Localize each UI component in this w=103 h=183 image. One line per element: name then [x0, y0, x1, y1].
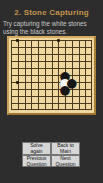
board-cell[interactable] [65, 68, 72, 75]
board-cell[interactable] [72, 61, 79, 68]
board-cell[interactable] [45, 89, 52, 96]
back-to-main-button[interactable]: Back to Main [51, 142, 80, 155]
board-cell[interactable] [72, 47, 79, 54]
board-cell[interactable] [38, 75, 45, 82]
board-cell[interactable] [52, 61, 59, 68]
board-cell[interactable] [52, 75, 59, 82]
board-cell[interactable] [31, 54, 38, 61]
board-cell[interactable] [11, 75, 18, 82]
app-screen: 2. Stone Capturing Try capturing the whi… [0, 0, 103, 183]
board-cell[interactable] [72, 40, 79, 47]
board-cell[interactable] [72, 68, 79, 75]
board-cell[interactable] [65, 61, 72, 68]
board-cell[interactable] [58, 96, 65, 103]
board-cell[interactable] [11, 82, 18, 89]
board-cell[interactable] [31, 47, 38, 54]
board-inner: ●●●● [11, 40, 92, 110]
board-cell[interactable] [31, 61, 38, 68]
board-cell[interactable] [72, 96, 79, 103]
board-cell[interactable] [58, 54, 65, 61]
board-cell[interactable] [38, 40, 45, 47]
board-cell[interactable] [45, 68, 52, 75]
board-cell[interactable] [85, 75, 92, 82]
board-cell[interactable] [25, 47, 32, 54]
board-cell[interactable] [11, 40, 18, 47]
board-cell[interactable] [79, 96, 86, 103]
board-cell[interactable] [31, 82, 38, 89]
board-cell[interactable] [85, 68, 92, 75]
board-cell[interactable] [25, 96, 32, 103]
board-cell[interactable] [72, 75, 79, 82]
page-title: 2. Stone Capturing [0, 8, 103, 17]
board-cell[interactable] [52, 40, 59, 47]
board-cell[interactable] [11, 61, 18, 68]
board-cell[interactable] [38, 96, 45, 103]
board-cell[interactable] [18, 82, 25, 89]
board-cell[interactable] [45, 54, 52, 61]
board-cell[interactable] [65, 75, 72, 82]
board-cell[interactable] [31, 68, 38, 75]
board-cell[interactable] [85, 54, 92, 61]
board-cell[interactable] [31, 89, 38, 96]
board-cell[interactable] [85, 61, 92, 68]
board-cell[interactable] [25, 68, 32, 75]
board-cell[interactable] [18, 61, 25, 68]
board-cell[interactable] [18, 68, 25, 75]
board-cell[interactable] [25, 61, 32, 68]
board-cell[interactable] [58, 61, 65, 68]
board-cell[interactable] [85, 40, 92, 47]
board-cell[interactable] [11, 54, 18, 61]
board-cell[interactable] [58, 47, 65, 54]
next-question-button[interactable]: Next Question [51, 155, 80, 168]
board-cell[interactable] [58, 75, 65, 82]
board-cell[interactable] [18, 103, 25, 110]
board-cell[interactable] [11, 103, 18, 110]
board-cell[interactable] [45, 103, 52, 110]
board-cell[interactable] [72, 103, 79, 110]
board-cell[interactable] [45, 82, 52, 89]
board-cell[interactable] [18, 47, 25, 54]
board-cell[interactable] [38, 68, 45, 75]
board-cell[interactable] [31, 75, 38, 82]
board-cell[interactable] [65, 47, 72, 54]
board-cell[interactable] [31, 96, 38, 103]
board-cell[interactable] [18, 40, 25, 47]
board-cell[interactable] [45, 61, 52, 68]
board-cell[interactable] [79, 103, 86, 110]
board-cell[interactable] [65, 103, 72, 110]
board-cell[interactable] [79, 40, 86, 47]
board-cell[interactable] [18, 75, 25, 82]
board-cell[interactable] [18, 96, 25, 103]
board-cell[interactable] [52, 96, 59, 103]
board-cell[interactable] [52, 68, 59, 75]
board-cell[interactable] [38, 82, 45, 89]
board-cell[interactable] [52, 89, 59, 96]
board-cell[interactable] [11, 47, 18, 54]
board-cell[interactable] [79, 61, 86, 68]
buttons-panel: Solve again Back to Main Previous Questi… [22, 142, 80, 167]
board-cell[interactable] [38, 54, 45, 61]
board-cell[interactable] [52, 47, 59, 54]
board-cell[interactable] [25, 54, 32, 61]
board-cell[interactable] [38, 47, 45, 54]
board-cell[interactable] [25, 40, 32, 47]
board-cell[interactable] [52, 103, 59, 110]
board-cell[interactable] [79, 68, 86, 75]
board-grid[interactable] [11, 40, 92, 110]
board-cell[interactable] [45, 75, 52, 82]
go-board[interactable]: ●●●● [7, 36, 96, 115]
board-cell[interactable] [79, 82, 86, 89]
board-cell[interactable] [85, 96, 92, 103]
board-cell[interactable] [58, 68, 65, 75]
board-cell[interactable] [25, 75, 32, 82]
board-cell[interactable] [11, 89, 18, 96]
board-cell[interactable] [79, 75, 86, 82]
board-cell[interactable] [85, 103, 92, 110]
board-cell[interactable] [58, 82, 65, 89]
board-cell[interactable] [79, 54, 86, 61]
board-cell[interactable] [65, 54, 72, 61]
board-cell[interactable] [65, 82, 72, 89]
board-cell[interactable] [45, 47, 52, 54]
board-cell[interactable] [38, 103, 45, 110]
board-cell[interactable] [38, 89, 45, 96]
board-cell[interactable] [79, 89, 86, 96]
board-cell[interactable] [65, 89, 72, 96]
board-cell[interactable] [25, 103, 32, 110]
instruction-line-1: Try capturing the white stones [3, 20, 101, 28]
board-cell[interactable] [25, 89, 32, 96]
board-cell[interactable] [31, 40, 38, 47]
instructions: Try capturing the white stones using the… [3, 20, 101, 36]
previous-question-button[interactable]: Previous Question [22, 155, 51, 168]
board-cell[interactable] [45, 96, 52, 103]
board-cell[interactable] [79, 47, 86, 54]
board-cell[interactable] [31, 103, 38, 110]
board-cell[interactable] [85, 82, 92, 89]
board-cell[interactable] [18, 89, 25, 96]
board-cell[interactable] [58, 103, 65, 110]
board-cell[interactable] [65, 96, 72, 103]
solve-again-button[interactable]: Solve again [22, 142, 51, 155]
board-cell[interactable] [38, 61, 45, 68]
board-cell[interactable] [45, 40, 52, 47]
board-cell[interactable] [11, 68, 18, 75]
board-cell[interactable] [72, 54, 79, 61]
board-cell[interactable] [25, 82, 32, 89]
board-cell[interactable] [11, 96, 18, 103]
board-cell[interactable] [65, 40, 72, 47]
board-cell[interactable] [52, 82, 59, 89]
board-cell[interactable] [85, 47, 92, 54]
board-cell[interactable] [58, 89, 65, 96]
board-cell[interactable] [85, 89, 92, 96]
board-cell[interactable] [72, 89, 79, 96]
instruction-line-2: using the black stones. [3, 28, 101, 36]
board-cell[interactable] [72, 82, 79, 89]
board-cell[interactable] [58, 40, 65, 47]
board-cell[interactable] [52, 54, 59, 61]
board-cell[interactable] [18, 54, 25, 61]
